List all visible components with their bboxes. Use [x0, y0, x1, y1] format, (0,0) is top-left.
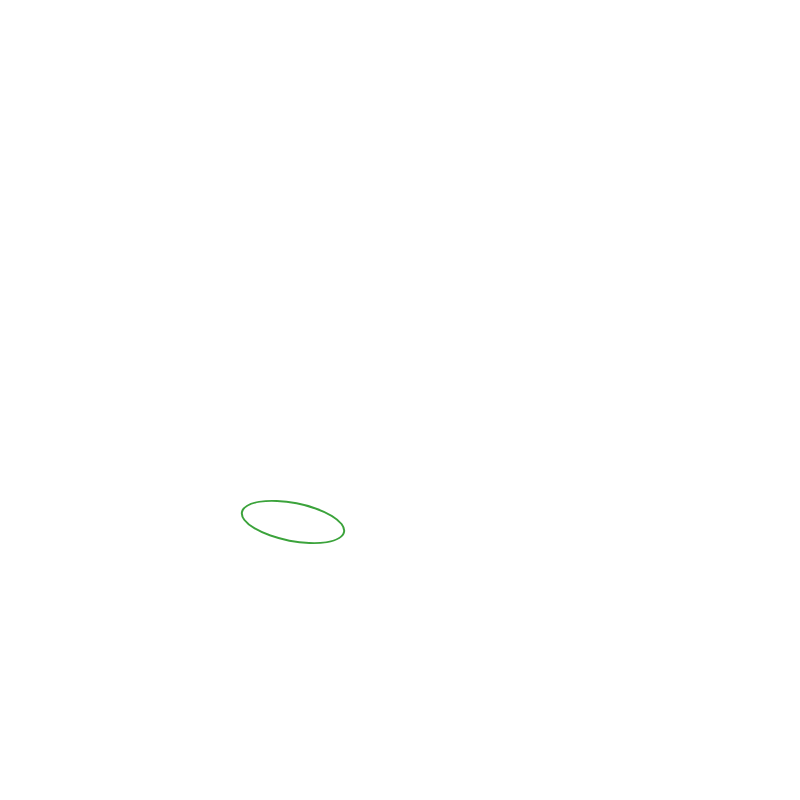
pieces-layer — [0, 0, 800, 800]
toy-city-blocks-photo — [0, 0, 800, 800]
